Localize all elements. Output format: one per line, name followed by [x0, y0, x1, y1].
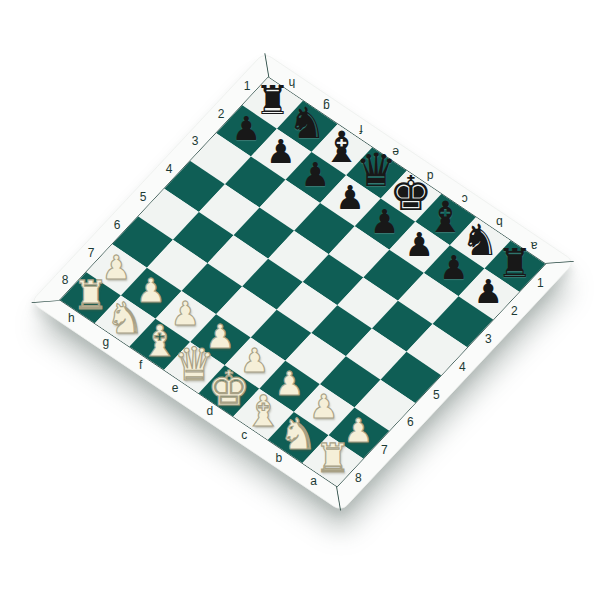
chess-mat: hgfedcba 12345678 hgfedcba 12345678 ♜♞♝♛…: [30, 52, 575, 512]
product-photo-scene: hgfedcba 12345678 hgfedcba 12345678 ♜♞♝♛…: [0, 0, 600, 600]
white-bishop-c8: ♝: [244, 390, 283, 433]
white-knight-g8: ♞: [106, 296, 145, 339]
white-rook-a8: ♜: [315, 438, 351, 478]
chess-board: ♜♞♝♛♚♝♞♜♟♟♟♟♟♟♟♟♟♟♟♟♟♟♟♟♜♞♝♛♚♝♞♜: [60, 78, 545, 487]
black-pawn-g2: ♟: [266, 135, 296, 168]
white-knight-b8: ♞: [279, 413, 318, 456]
white-rook-h8: ♜: [73, 275, 109, 315]
black-pawn-c2: ♟: [405, 228, 435, 261]
black-pawn-b2: ♟: [439, 251, 469, 284]
black-pawn-a2: ♟: [474, 274, 504, 307]
black-pawn-h2: ♟: [232, 111, 262, 144]
black-pawn-d2: ♟: [370, 205, 400, 238]
black-pawn-e2: ♟: [336, 181, 366, 214]
black-pawn-f2: ♟: [301, 158, 331, 191]
